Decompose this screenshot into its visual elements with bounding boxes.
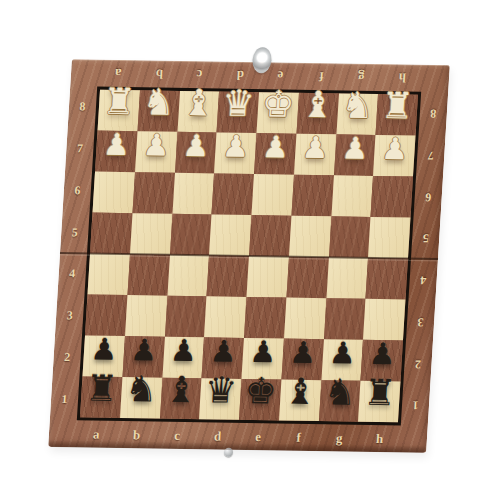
square-a6: [93, 172, 135, 214]
square-g6: [331, 175, 373, 217]
coord-label: 7: [65, 128, 95, 170]
black-knight: ♞: [124, 369, 159, 409]
square-c7: ♟: [175, 132, 217, 174]
white-queen: ♛: [221, 83, 256, 123]
black-pawn: ♟: [89, 329, 118, 369]
square-b5: [130, 213, 172, 255]
coord-label: 2: [52, 336, 82, 378]
chess-board: abcdefgh abcdefgh 87654321 87654321 ♜♞♝♛…: [48, 59, 450, 453]
coord-label: 3: [55, 295, 85, 337]
file-labels-bottom: abcdefgh: [75, 420, 401, 452]
square-b7: ♟: [135, 131, 177, 173]
black-pawn: ♟: [169, 330, 198, 370]
square-c1: ♝: [159, 378, 201, 420]
coord-label: 1: [401, 384, 431, 426]
coord-label: 8: [419, 92, 449, 134]
square-e6: [252, 174, 294, 216]
square-d4: [207, 255, 249, 297]
white-pawn: ♟: [340, 128, 369, 168]
coord-label: 1: [50, 378, 80, 420]
metal-pin-icon: [224, 448, 234, 457]
square-a1: ♜: [80, 376, 122, 418]
white-king: ♚: [261, 84, 296, 124]
coord-label: 5: [60, 211, 90, 253]
white-rook: ♜: [102, 81, 137, 121]
black-queen: ♛: [204, 370, 239, 410]
coord-label: 6: [63, 170, 93, 212]
white-rook: ♜: [380, 86, 415, 126]
black-rook: ♜: [84, 368, 119, 408]
coord-label: 3: [406, 300, 436, 342]
coord-label: b: [116, 421, 158, 449]
coord-label: d: [197, 422, 239, 450]
square-f7: ♟: [294, 134, 336, 176]
square-g7: ♟: [334, 134, 376, 176]
clasp-latch-icon: [252, 47, 273, 73]
square-d5: [209, 214, 251, 256]
white-knight: ♞: [142, 82, 177, 122]
black-pawn: ♟: [288, 332, 317, 372]
black-pawn: ♟: [209, 331, 238, 371]
square-e5: [249, 215, 291, 257]
white-pawn: ♟: [301, 127, 330, 167]
coord-label: 2: [403, 342, 433, 384]
square-f6: [291, 175, 333, 217]
white-pawn: ♟: [181, 125, 210, 165]
square-e7: ♟: [254, 133, 296, 175]
square-a5: [90, 213, 132, 255]
square-h5: [368, 217, 410, 259]
black-rook: ♜: [363, 372, 398, 412]
square-f4: [286, 257, 328, 299]
square-h7: ♟: [373, 135, 415, 177]
square-c4: [167, 255, 209, 297]
black-knight: ♞: [323, 372, 358, 412]
square-d7: ♟: [214, 132, 256, 174]
coord-label: 8: [68, 86, 98, 128]
square-g4: [326, 257, 368, 299]
black-pawn: ♟: [248, 332, 277, 372]
black-bishop: ♝: [164, 369, 199, 409]
black-pawn: ♟: [368, 333, 397, 373]
coord-label: 5: [411, 217, 441, 259]
square-d1: ♛: [199, 378, 241, 420]
coord-label: h: [359, 425, 401, 453]
square-c6: [172, 173, 214, 215]
square-e1: ♚: [239, 379, 281, 421]
coord-label: 4: [57, 253, 87, 295]
black-bishop: ♝: [283, 371, 318, 411]
square-e4: [246, 256, 288, 298]
square-b6: [132, 172, 174, 214]
coord-label: a: [75, 420, 117, 448]
product-photo-background: abcdefgh abcdefgh 87654321 87654321 ♜♞♝♛…: [0, 0, 500, 500]
square-g1: ♞: [318, 380, 360, 422]
black-pawn: ♟: [328, 333, 357, 373]
square-b1: ♞: [120, 377, 162, 419]
white-pawn: ♟: [142, 125, 171, 165]
square-a7: ♟: [95, 131, 137, 173]
coord-label: 7: [416, 133, 446, 175]
square-f5: [289, 216, 331, 258]
square-h4: [366, 258, 408, 300]
coord-label: 6: [414, 175, 444, 217]
coord-label: f: [278, 423, 320, 451]
square-h6: [371, 176, 413, 218]
square-b4: [127, 254, 169, 296]
black-king: ♚: [243, 370, 278, 410]
square-f1: ♝: [279, 380, 321, 422]
square-a4: [88, 254, 130, 296]
square-d6: [212, 173, 254, 215]
square-c5: [170, 214, 212, 256]
square-h1: ♜: [358, 381, 400, 423]
white-pawn: ♟: [380, 129, 409, 169]
white-knight: ♞: [340, 85, 375, 125]
coord-label: c: [156, 422, 198, 450]
white-pawn: ♟: [102, 124, 131, 164]
coord-label: e: [237, 423, 279, 451]
coord-label: 4: [408, 259, 438, 301]
white-pawn: ♟: [261, 127, 290, 167]
coord-label: g: [318, 424, 360, 452]
white-bishop: ♝: [181, 82, 216, 122]
white-pawn: ♟: [221, 126, 250, 166]
black-pawn: ♟: [129, 330, 158, 370]
white-bishop: ♝: [301, 84, 336, 124]
square-g5: [328, 216, 370, 258]
